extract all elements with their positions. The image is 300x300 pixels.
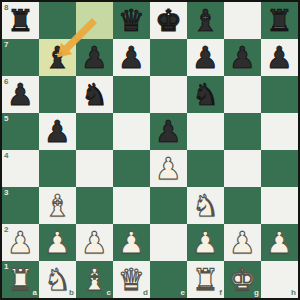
square-d2[interactable]: ♟ (113, 224, 150, 261)
white-knight-f3[interactable]: ♞ (187, 187, 224, 224)
black-pawn-d7[interactable]: ♟ (113, 39, 150, 76)
white-pawn-c2[interactable]: ♟ (76, 224, 113, 261)
black-queen-d8[interactable]: ♛ (113, 2, 150, 39)
square-b7[interactable]: ♝ (39, 39, 76, 76)
square-a8[interactable]: 8♜ (2, 2, 39, 39)
square-b8[interactable] (39, 2, 76, 39)
file-label-e: e (181, 289, 185, 297)
square-c2[interactable]: ♟ (76, 224, 113, 261)
black-bishop-b7[interactable]: ♝ (39, 39, 76, 76)
square-g5[interactable] (224, 113, 261, 150)
square-g6[interactable] (224, 76, 261, 113)
black-rook-a8[interactable]: ♜ (2, 2, 39, 39)
square-h3[interactable] (261, 187, 298, 224)
square-e5[interactable]: ♟ (150, 113, 187, 150)
rank-label-4: 4 (4, 152, 8, 160)
rank-label-5: 5 (4, 115, 8, 123)
white-rook-a1[interactable]: ♜ (2, 261, 39, 298)
square-d4[interactable] (113, 150, 150, 187)
square-h8[interactable]: ♜ (261, 2, 298, 39)
square-a2[interactable]: 2♟ (2, 224, 39, 261)
black-pawn-a6[interactable]: ♟ (2, 76, 39, 113)
square-b2[interactable]: ♟ (39, 224, 76, 261)
square-f6[interactable]: ♞ (187, 76, 224, 113)
square-c7[interactable]: ♟ (76, 39, 113, 76)
square-d7[interactable]: ♟ (113, 39, 150, 76)
white-pawn-g2[interactable]: ♟ (224, 224, 261, 261)
square-e4[interactable]: ♟ (150, 150, 187, 187)
white-queen-d1[interactable]: ♛ (113, 261, 150, 298)
white-pawn-b2[interactable]: ♟ (39, 224, 76, 261)
square-g7[interactable]: ♟ (224, 39, 261, 76)
square-d3[interactable] (113, 187, 150, 224)
black-knight-c6[interactable]: ♞ (76, 76, 113, 113)
square-a1[interactable]: 1a♜ (2, 261, 39, 298)
white-knight-b1[interactable]: ♞ (39, 261, 76, 298)
square-c5[interactable] (76, 113, 113, 150)
square-g1[interactable]: g♚ (224, 261, 261, 298)
square-h5[interactable] (261, 113, 298, 150)
chess-board-frame: 8♜♛♚♝♜7♝♟♟♟♟♟6♟♞♞5♟♟4♟3♝♞2♟♟♟♟♟♟♟1a♜b♞c♝… (0, 0, 300, 300)
square-d8[interactable]: ♛ (113, 2, 150, 39)
square-d6[interactable] (113, 76, 150, 113)
black-rook-h8[interactable]: ♜ (261, 2, 298, 39)
square-f4[interactable] (187, 150, 224, 187)
square-b1[interactable]: b♞ (39, 261, 76, 298)
rank-label-7: 7 (4, 41, 8, 49)
square-h1[interactable]: h (261, 261, 298, 298)
white-bishop-c1[interactable]: ♝ (76, 261, 113, 298)
square-b3[interactable]: ♝ (39, 187, 76, 224)
square-h2[interactable]: ♟ (261, 224, 298, 261)
square-e7[interactable] (150, 39, 187, 76)
black-knight-f6[interactable]: ♞ (187, 76, 224, 113)
square-c3[interactable] (76, 187, 113, 224)
white-pawn-h2[interactable]: ♟ (261, 224, 298, 261)
black-pawn-b5[interactable]: ♟ (39, 113, 76, 150)
square-h6[interactable] (261, 76, 298, 113)
square-g4[interactable] (224, 150, 261, 187)
square-b4[interactable] (39, 150, 76, 187)
black-pawn-g7[interactable]: ♟ (224, 39, 261, 76)
square-a3[interactable]: 3 (2, 187, 39, 224)
white-rook-f1[interactable]: ♜ (187, 261, 224, 298)
square-e6[interactable] (150, 76, 187, 113)
white-pawn-e4[interactable]: ♟ (150, 150, 187, 187)
white-pawn-d2[interactable]: ♟ (113, 224, 150, 261)
square-e8[interactable]: ♚ (150, 2, 187, 39)
square-a5[interactable]: 5 (2, 113, 39, 150)
square-g2[interactable]: ♟ (224, 224, 261, 261)
square-a4[interactable]: 4 (2, 150, 39, 187)
square-d1[interactable]: d♛ (113, 261, 150, 298)
black-bishop-f8[interactable]: ♝ (187, 2, 224, 39)
square-h4[interactable] (261, 150, 298, 187)
square-f5[interactable] (187, 113, 224, 150)
square-d5[interactable] (113, 113, 150, 150)
rank-label-3: 3 (4, 189, 8, 197)
chess-board: 8♜♛♚♝♜7♝♟♟♟♟♟6♟♞♞5♟♟4♟3♝♞2♟♟♟♟♟♟♟1a♜b♞c♝… (2, 2, 298, 298)
square-f1[interactable]: f♜ (187, 261, 224, 298)
square-f2[interactable]: ♟ (187, 224, 224, 261)
square-a7[interactable]: 7 (2, 39, 39, 76)
white-bishop-b3[interactable]: ♝ (39, 187, 76, 224)
square-c6[interactable]: ♞ (76, 76, 113, 113)
white-king-g1[interactable]: ♚ (224, 261, 261, 298)
black-pawn-f7[interactable]: ♟ (187, 39, 224, 76)
black-king-e8[interactable]: ♚ (150, 2, 187, 39)
black-pawn-c7[interactable]: ♟ (76, 39, 113, 76)
square-f8[interactable]: ♝ (187, 2, 224, 39)
file-label-h: h (291, 289, 296, 297)
square-h7[interactable]: ♟ (261, 39, 298, 76)
square-b6[interactable] (39, 76, 76, 113)
square-c1[interactable]: c♝ (76, 261, 113, 298)
square-g3[interactable] (224, 187, 261, 224)
white-pawn-f2[interactable]: ♟ (187, 224, 224, 261)
square-a6[interactable]: 6♟ (2, 76, 39, 113)
square-e2[interactable] (150, 224, 187, 261)
black-pawn-e5[interactable]: ♟ (150, 113, 187, 150)
square-c4[interactable] (76, 150, 113, 187)
square-f3[interactable]: ♞ (187, 187, 224, 224)
square-c8[interactable] (76, 2, 113, 39)
square-g8[interactable] (224, 2, 261, 39)
square-e1[interactable]: e (150, 261, 187, 298)
square-b5[interactable]: ♟ (39, 113, 76, 150)
white-pawn-a2[interactable]: ♟ (2, 224, 39, 261)
square-e3[interactable] (150, 187, 187, 224)
black-pawn-h7[interactable]: ♟ (261, 39, 298, 76)
square-f7[interactable]: ♟ (187, 39, 224, 76)
